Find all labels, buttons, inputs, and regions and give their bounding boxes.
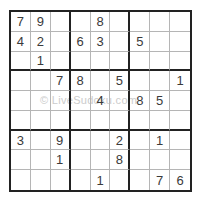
cell-r2c8[interactable] [150, 32, 170, 52]
given-digit: 5 [116, 73, 123, 88]
cell-r2c6[interactable] [110, 32, 130, 52]
cell-r6c7[interactable] [130, 111, 150, 131]
cell-r8c2[interactable] [31, 150, 51, 170]
cell-r2c4[interactable]: 6 [71, 32, 91, 52]
cell-r7c5[interactable] [91, 131, 111, 151]
cell-r9c1[interactable] [11, 170, 31, 190]
cell-r6c9[interactable] [170, 111, 190, 131]
given-digit: 7 [156, 173, 163, 188]
cell-r4c9[interactable]: 1 [170, 71, 190, 91]
cell-r4c8[interactable] [150, 71, 170, 91]
cell-r9c8[interactable]: 7 [150, 170, 170, 190]
cell-r4c1[interactable] [11, 71, 31, 91]
cell-r2c7[interactable]: 5 [130, 32, 150, 52]
cell-r8c6[interactable]: 8 [110, 150, 130, 170]
given-digit: 8 [136, 93, 143, 108]
cell-r7c8[interactable]: 1 [150, 131, 170, 151]
cell-r8c4[interactable] [71, 150, 91, 170]
cell-r9c2[interactable] [31, 170, 51, 190]
given-digit: 4 [96, 93, 103, 108]
cell-r8c9[interactable] [170, 150, 190, 170]
sudoku-board: 7984263517851485392118176 [9, 10, 192, 192]
cell-r5c7[interactable]: 8 [130, 91, 150, 111]
given-digit: 3 [17, 133, 24, 148]
given-digit: 8 [76, 73, 83, 88]
cell-r6c3[interactable] [51, 111, 71, 131]
given-digit: 8 [116, 152, 123, 167]
given-digit: 8 [96, 14, 103, 29]
given-digit: 9 [37, 14, 44, 29]
cell-r5c1[interactable] [11, 91, 31, 111]
cell-r7c4[interactable] [71, 131, 91, 151]
cell-r7c2[interactable] [31, 131, 51, 151]
given-digit: 1 [176, 73, 183, 88]
cell-r3c6[interactable] [110, 52, 130, 72]
cell-r1c6[interactable] [110, 12, 130, 32]
cell-r2c3[interactable] [51, 32, 71, 52]
cell-r6c1[interactable] [11, 111, 31, 131]
cell-r8c5[interactable] [91, 150, 111, 170]
given-digit: 1 [37, 53, 44, 68]
given-digit: 7 [17, 14, 24, 29]
given-digit: 6 [76, 34, 83, 49]
cell-r7c6[interactable]: 2 [110, 131, 130, 151]
cell-r3c5[interactable] [91, 52, 111, 72]
cell-r9c6[interactable] [110, 170, 130, 190]
given-digit: 1 [156, 133, 163, 148]
given-digit: 2 [116, 133, 123, 148]
cell-r1c8[interactable] [150, 12, 170, 32]
cell-r1c7[interactable] [130, 12, 150, 32]
cell-r8c3[interactable]: 1 [51, 150, 71, 170]
cell-r3c1[interactable] [11, 52, 31, 72]
cell-r1c1[interactable]: 7 [11, 12, 31, 32]
cell-r7c7[interactable] [130, 131, 150, 151]
given-digit: 1 [96, 173, 103, 188]
cell-r1c9[interactable] [170, 12, 190, 32]
given-digit: 9 [56, 133, 63, 148]
cell-r9c7[interactable] [130, 170, 150, 190]
cell-r2c1[interactable]: 4 [11, 32, 31, 52]
cell-r5c2[interactable] [31, 91, 51, 111]
cell-r4c2[interactable] [31, 71, 51, 91]
cell-r5c8[interactable]: 5 [150, 91, 170, 111]
cell-r4c3[interactable]: 7 [51, 71, 71, 91]
cell-r2c5[interactable]: 3 [91, 32, 111, 52]
given-digit: 4 [17, 34, 24, 49]
cell-r3c7[interactable] [130, 52, 150, 72]
cell-r3c4[interactable] [71, 52, 91, 72]
cell-r1c4[interactable] [71, 12, 91, 32]
cell-r5c5[interactable]: 4 [91, 91, 111, 111]
given-digit: 2 [37, 34, 44, 49]
cell-r4c5[interactable] [91, 71, 111, 91]
cell-r4c7[interactable] [130, 71, 150, 91]
cell-r9c5[interactable]: 1 [91, 170, 111, 190]
cell-r5c9[interactable] [170, 91, 190, 111]
given-digit: 6 [176, 173, 183, 188]
cell-r3c3[interactable] [51, 52, 71, 72]
cell-r7c1[interactable]: 3 [11, 131, 31, 151]
cell-r8c1[interactable] [11, 150, 31, 170]
cell-r6c2[interactable] [31, 111, 51, 131]
cell-r9c4[interactable] [71, 170, 91, 190]
sudoku-page: © LiveSudoku.com 79842635178514853921181… [0, 0, 200, 200]
given-digit: 7 [56, 73, 63, 88]
cell-r2c2[interactable]: 2 [31, 32, 51, 52]
given-digit: 3 [96, 34, 103, 49]
cell-r5c6[interactable] [110, 91, 130, 111]
cell-r4c6[interactable]: 5 [110, 71, 130, 91]
cell-r6c5[interactable] [91, 111, 111, 131]
given-digit: 5 [136, 34, 143, 49]
cell-r9c9[interactable]: 6 [170, 170, 190, 190]
given-digit: 1 [56, 152, 63, 167]
cell-r3c2[interactable]: 1 [31, 52, 51, 72]
cell-r1c5[interactable]: 8 [91, 12, 111, 32]
cell-r6c4[interactable] [71, 111, 91, 131]
cell-r6c8[interactable] [150, 111, 170, 131]
cell-r1c2[interactable]: 9 [31, 12, 51, 32]
cell-r5c4[interactable] [71, 91, 91, 111]
cell-r8c7[interactable] [130, 150, 150, 170]
cell-r7c9[interactable] [170, 131, 190, 151]
cell-r2c9[interactable] [170, 32, 190, 52]
cell-r5c3[interactable] [51, 91, 71, 111]
cell-r4c4[interactable]: 8 [71, 71, 91, 91]
cell-r7c3[interactable]: 9 [51, 131, 71, 151]
cell-r1c3[interactable] [51, 12, 71, 32]
cell-r3c8[interactable] [150, 52, 170, 72]
cell-r9c3[interactable] [51, 170, 71, 190]
cell-r8c8[interactable] [150, 150, 170, 170]
cell-r3c9[interactable] [170, 52, 190, 72]
given-digit: 5 [156, 93, 163, 108]
cell-r6c6[interactable] [110, 111, 130, 131]
